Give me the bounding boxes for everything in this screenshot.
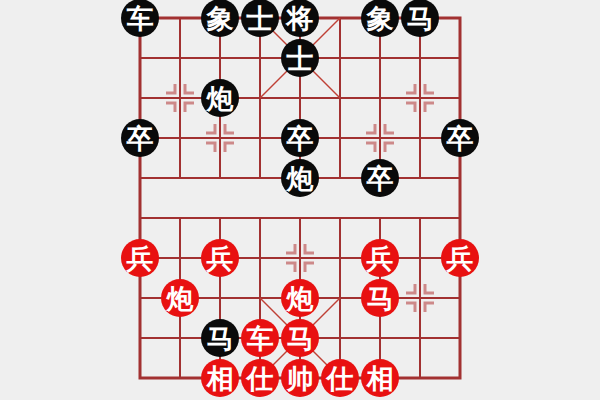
piece-red-cannon[interactable]: 炮 <box>161 279 199 317</box>
piece-black-cannon[interactable]: 炮 <box>281 159 319 197</box>
piece-black-elephant[interactable]: 象 <box>361 0 399 37</box>
piece-black-soldier[interactable]: 卒 <box>121 119 159 157</box>
piece-black-soldier[interactable]: 卒 <box>441 119 479 157</box>
piece-black-soldier[interactable]: 卒 <box>361 159 399 197</box>
piece-black-general[interactable]: 将 <box>281 0 319 37</box>
piece-red-elephant[interactable]: 相 <box>361 359 399 397</box>
piece-black-cannon[interactable]: 炮 <box>201 79 239 117</box>
piece-red-advisor[interactable]: 仕 <box>241 359 279 397</box>
piece-red-advisor[interactable]: 仕 <box>321 359 359 397</box>
piece-black-advisor[interactable]: 士 <box>241 0 279 37</box>
piece-black-elephant[interactable]: 象 <box>201 0 239 37</box>
piece-red-horse[interactable]: 马 <box>281 319 319 357</box>
piece-black-horse[interactable]: 马 <box>401 0 439 37</box>
piece-black-soldier[interactable]: 卒 <box>281 119 319 157</box>
piece-black-advisor[interactable]: 士 <box>281 39 319 77</box>
piece-red-cannon[interactable]: 炮 <box>281 279 319 317</box>
xiangqi-screen: 车象士将象马士炮卒卒卒炮卒马兵兵兵兵炮炮马车马相仕帅仕相 <box>0 0 600 400</box>
piece-red-chariot[interactable]: 车 <box>241 319 279 357</box>
piece-black-chariot[interactable]: 车 <box>121 0 159 37</box>
piece-red-soldier[interactable]: 兵 <box>441 239 479 277</box>
piece-red-soldier[interactable]: 兵 <box>361 239 399 277</box>
piece-red-soldier[interactable]: 兵 <box>201 239 239 277</box>
piece-red-horse[interactable]: 马 <box>361 279 399 317</box>
piece-red-elephant[interactable]: 相 <box>201 359 239 397</box>
piece-red-general[interactable]: 帅 <box>281 359 319 397</box>
piece-red-soldier[interactable]: 兵 <box>121 239 159 277</box>
xiangqi-board: 车象士将象马士炮卒卒卒炮卒马兵兵兵兵炮炮马车马相仕帅仕相 <box>120 0 480 398</box>
piece-black-horse[interactable]: 马 <box>201 319 239 357</box>
